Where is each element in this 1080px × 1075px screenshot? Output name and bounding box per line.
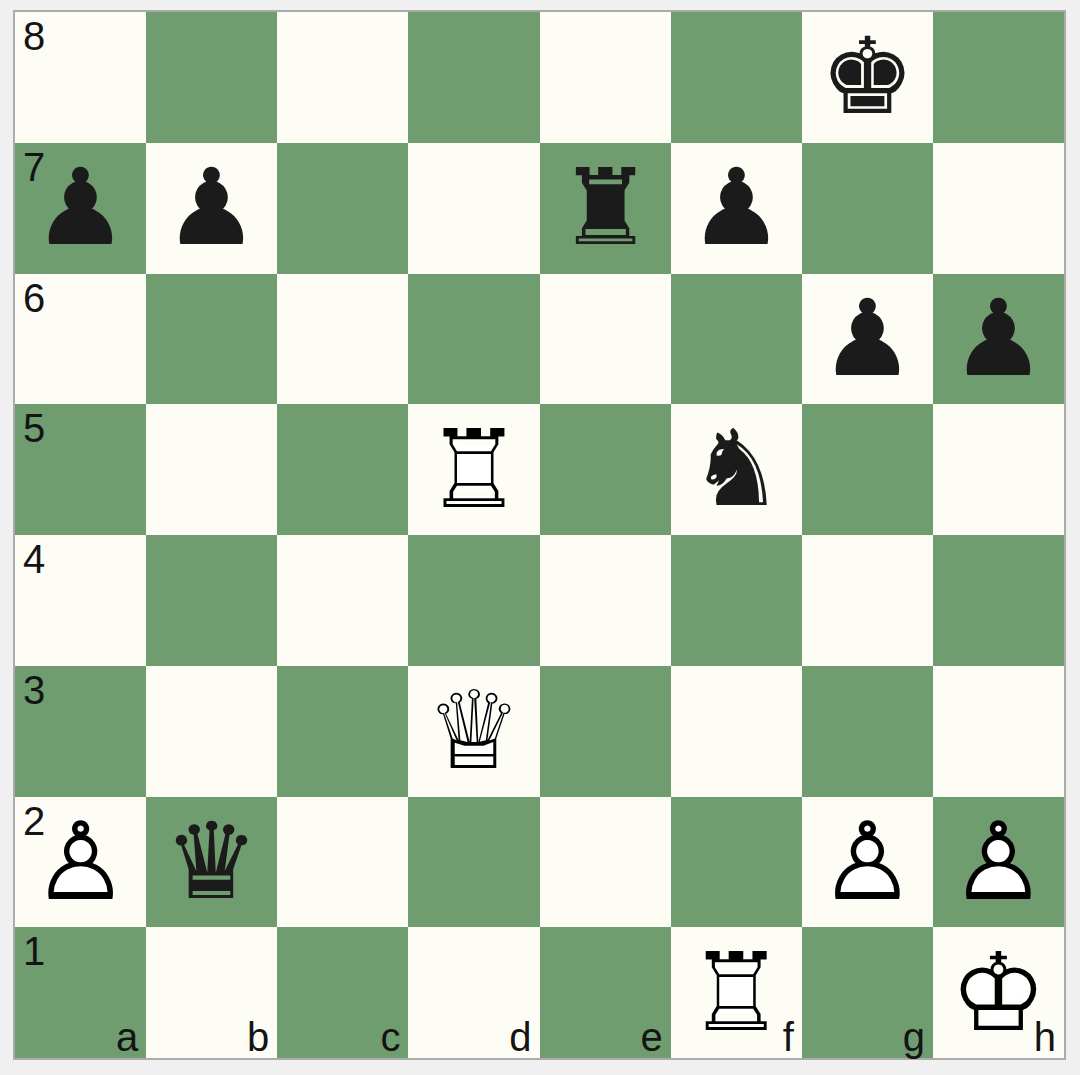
square-d7[interactable] xyxy=(408,143,539,274)
square-h8[interactable] xyxy=(933,12,1064,143)
square-c4[interactable] xyxy=(277,535,408,666)
rank-label-1: 1 xyxy=(23,929,45,973)
square-g3[interactable] xyxy=(802,666,933,797)
black-pawn[interactable]: ♟ xyxy=(146,143,277,274)
white-pawn[interactable]: ♟♙ xyxy=(15,797,146,928)
square-d6[interactable] xyxy=(408,274,539,405)
white-pawn-outline: ♙ xyxy=(933,797,1064,928)
square-d2[interactable] xyxy=(408,797,539,928)
square-c3[interactable] xyxy=(277,666,408,797)
square-g5[interactable] xyxy=(802,404,933,535)
square-a5[interactable]: 5 xyxy=(15,404,146,535)
square-e3[interactable] xyxy=(540,666,671,797)
square-b5[interactable] xyxy=(146,404,277,535)
square-c8[interactable] xyxy=(277,12,408,143)
square-f1[interactable]: f♜♖ xyxy=(671,927,802,1058)
square-h2[interactable]: ♟♙ xyxy=(933,797,1064,928)
square-c5[interactable] xyxy=(277,404,408,535)
white-queen[interactable]: ♛♕ xyxy=(408,666,539,797)
square-e4[interactable] xyxy=(540,535,671,666)
square-f7[interactable]: ♟ xyxy=(671,143,802,274)
square-a2[interactable]: 2♟♙ xyxy=(15,797,146,928)
black-pawn[interactable]: ♟ xyxy=(671,143,802,274)
square-g4[interactable] xyxy=(802,535,933,666)
white-pawn[interactable]: ♟♙ xyxy=(933,797,1064,928)
black-king-glyph: ♚ xyxy=(803,13,932,141)
square-g7[interactable] xyxy=(802,143,933,274)
black-king[interactable]: ♚ xyxy=(802,12,933,143)
black-pawn-glyph: ♟ xyxy=(803,275,932,403)
square-h3[interactable] xyxy=(933,666,1064,797)
square-a7[interactable]: 7♟ xyxy=(15,143,146,274)
square-c6[interactable] xyxy=(277,274,408,405)
square-g1[interactable]: g xyxy=(802,927,933,1058)
white-pawn[interactable]: ♟♙ xyxy=(802,797,933,928)
square-d3[interactable]: ♛♕ xyxy=(408,666,539,797)
file-label-e: e xyxy=(640,1016,662,1058)
square-d8[interactable] xyxy=(408,12,539,143)
square-b8[interactable] xyxy=(146,12,277,143)
square-g2[interactable]: ♟♙ xyxy=(802,797,933,928)
file-label-c: c xyxy=(380,1016,400,1058)
square-d4[interactable] xyxy=(408,535,539,666)
square-g6[interactable]: ♟ xyxy=(802,274,933,405)
square-b1[interactable]: b xyxy=(146,927,277,1058)
square-f4[interactable] xyxy=(671,535,802,666)
black-pawn[interactable]: ♟ xyxy=(933,274,1064,405)
square-h6[interactable]: ♟ xyxy=(933,274,1064,405)
square-b6[interactable] xyxy=(146,274,277,405)
square-f5[interactable]: ♞ xyxy=(671,404,802,535)
chess-board-frame: 8♚7♟♟♜♟6♟♟5♜♖♞43♛♕2♟♙♛♟♙♟♙1abcdef♜♖gh♚♔ xyxy=(13,10,1066,1060)
black-knight-glyph: ♞ xyxy=(672,406,801,534)
square-f6[interactable] xyxy=(671,274,802,405)
square-b2[interactable]: ♛ xyxy=(146,797,277,928)
square-c1[interactable]: c xyxy=(277,927,408,1058)
rank-label-6: 6 xyxy=(23,276,45,320)
chess-board: 8♚7♟♟♜♟6♟♟5♜♖♞43♛♕2♟♙♛♟♙♟♙1abcdef♜♖gh♚♔ xyxy=(15,12,1064,1058)
black-pawn[interactable]: ♟ xyxy=(15,143,146,274)
file-label-a: a xyxy=(116,1016,138,1058)
black-pawn-glyph: ♟ xyxy=(16,144,145,272)
square-a8[interactable]: 8 xyxy=(15,12,146,143)
square-f3[interactable] xyxy=(671,666,802,797)
black-pawn-glyph: ♟ xyxy=(672,144,801,272)
square-e7[interactable]: ♜ xyxy=(540,143,671,274)
white-rook[interactable]: ♜♖ xyxy=(408,404,539,535)
file-label-b: b xyxy=(247,1016,269,1058)
square-e5[interactable] xyxy=(540,404,671,535)
square-g8[interactable]: ♚ xyxy=(802,12,933,143)
square-b7[interactable]: ♟ xyxy=(146,143,277,274)
rank-label-8: 8 xyxy=(23,14,45,58)
square-c7[interactable] xyxy=(277,143,408,274)
rank-label-3: 3 xyxy=(23,668,45,712)
black-rook-glyph: ♜ xyxy=(541,144,670,272)
white-queen-outline: ♕ xyxy=(408,666,539,797)
square-e2[interactable] xyxy=(540,797,671,928)
page-background: 8♚7♟♟♜♟6♟♟5♜♖♞43♛♕2♟♙♛♟♙♟♙1abcdef♜♖gh♚♔ xyxy=(0,0,1080,1075)
black-pawn[interactable]: ♟ xyxy=(802,274,933,405)
square-e6[interactable] xyxy=(540,274,671,405)
white-rook-outline: ♖ xyxy=(671,927,802,1058)
square-f2[interactable] xyxy=(671,797,802,928)
rank-label-5: 5 xyxy=(23,406,45,450)
black-knight[interactable]: ♞ xyxy=(671,404,802,535)
white-king-outline: ♔ xyxy=(933,927,1064,1058)
square-f8[interactable] xyxy=(671,12,802,143)
square-e1[interactable]: e xyxy=(540,927,671,1058)
square-h1[interactable]: h♚♔ xyxy=(933,927,1064,1058)
square-a1[interactable]: 1a xyxy=(15,927,146,1058)
square-c2[interactable] xyxy=(277,797,408,928)
square-d1[interactable]: d xyxy=(408,927,539,1058)
square-a6[interactable]: 6 xyxy=(15,274,146,405)
white-rook-outline: ♖ xyxy=(408,404,539,535)
black-rook[interactable]: ♜ xyxy=(540,143,671,274)
rank-label-4: 4 xyxy=(23,537,45,581)
square-h5[interactable] xyxy=(933,404,1064,535)
square-a3[interactable]: 3 xyxy=(15,666,146,797)
square-d5[interactable]: ♜♖ xyxy=(408,404,539,535)
white-king[interactable]: ♚♔ xyxy=(933,927,1064,1058)
black-queen-glyph: ♛ xyxy=(147,798,276,926)
square-b4[interactable] xyxy=(146,535,277,666)
square-h7[interactable] xyxy=(933,143,1064,274)
black-queen[interactable]: ♛ xyxy=(146,797,277,928)
square-b3[interactable] xyxy=(146,666,277,797)
white-pawn-outline: ♙ xyxy=(15,797,146,928)
square-a4[interactable]: 4 xyxy=(15,535,146,666)
file-label-g: g xyxy=(903,1016,925,1058)
black-pawn-glyph: ♟ xyxy=(147,144,276,272)
white-pawn-outline: ♙ xyxy=(802,797,933,928)
square-h4[interactable] xyxy=(933,535,1064,666)
white-rook[interactable]: ♜♖ xyxy=(671,927,802,1058)
black-pawn-glyph: ♟ xyxy=(934,275,1063,403)
file-label-d: d xyxy=(509,1016,531,1058)
square-e8[interactable] xyxy=(540,12,671,143)
